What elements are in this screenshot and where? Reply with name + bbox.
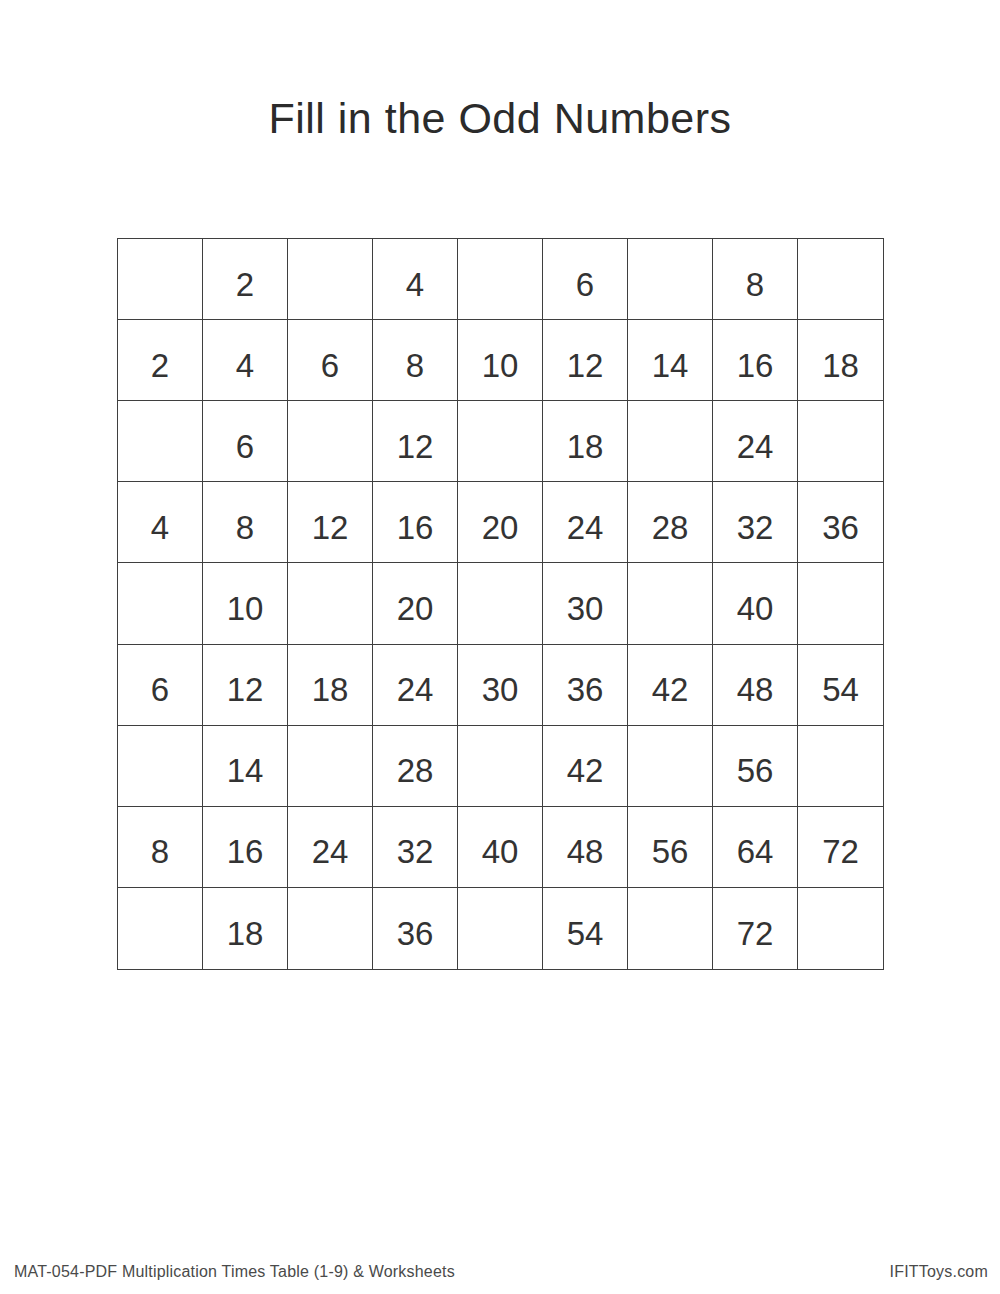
grid-cell-blank[interactable] xyxy=(798,726,883,807)
grid-cell-blank[interactable] xyxy=(798,563,883,644)
grid-cell-blank[interactable] xyxy=(628,239,713,320)
grid-cell-filled: 48 xyxy=(713,645,798,726)
grid-cell-blank[interactable] xyxy=(288,401,373,482)
grid-cell-blank[interactable] xyxy=(458,401,543,482)
grid-cell-filled: 4 xyxy=(118,482,203,563)
grid-cell-filled: 16 xyxy=(373,482,458,563)
grid-cell-filled: 16 xyxy=(713,320,798,401)
grid-cell-filled: 18 xyxy=(288,645,373,726)
grid-cell-filled: 6 xyxy=(543,239,628,320)
footer: MAT-054-PDF Multiplication Times Table (… xyxy=(14,1263,988,1281)
grid-cell-blank[interactable] xyxy=(628,726,713,807)
grid-cell-filled: 14 xyxy=(628,320,713,401)
grid-cell-filled: 42 xyxy=(543,726,628,807)
grid-cell-filled: 36 xyxy=(373,888,458,969)
worksheet-page: Fill in the Odd Numbers 2468246810121416… xyxy=(0,0,1000,1294)
grid-cell-filled: 12 xyxy=(543,320,628,401)
grid-cell-filled: 24 xyxy=(713,401,798,482)
worksheet-grid: 2468246810121416186121824481216202428323… xyxy=(117,238,884,970)
grid-cell-blank[interactable] xyxy=(458,563,543,644)
grid-cell-filled: 8 xyxy=(118,807,203,888)
grid-cell-blank[interactable] xyxy=(628,563,713,644)
grid-cell-filled: 24 xyxy=(288,807,373,888)
grid-cell-filled: 14 xyxy=(203,726,288,807)
page-title: Fill in the Odd Numbers xyxy=(0,94,1000,143)
grid-cell-filled: 40 xyxy=(458,807,543,888)
grid-cell-blank[interactable] xyxy=(288,563,373,644)
grid-cell-filled: 24 xyxy=(543,482,628,563)
grid-cell-filled: 4 xyxy=(203,320,288,401)
grid-cell-filled: 20 xyxy=(458,482,543,563)
grid-cell-filled: 12 xyxy=(203,645,288,726)
grid-cell-filled: 10 xyxy=(458,320,543,401)
grid-cell-blank[interactable] xyxy=(628,401,713,482)
grid-cell-blank[interactable] xyxy=(458,726,543,807)
grid-cell-filled: 2 xyxy=(203,239,288,320)
grid-cell-filled: 6 xyxy=(203,401,288,482)
grid-cell-filled: 28 xyxy=(628,482,713,563)
grid-cell-filled: 48 xyxy=(543,807,628,888)
grid-cell-filled: 18 xyxy=(798,320,883,401)
grid-cell-blank[interactable] xyxy=(288,239,373,320)
grid-cell-blank[interactable] xyxy=(628,888,713,969)
grid-cell-filled: 64 xyxy=(713,807,798,888)
grid-cell-filled: 32 xyxy=(373,807,458,888)
grid-cell-filled: 28 xyxy=(373,726,458,807)
grid-cell-filled: 56 xyxy=(628,807,713,888)
grid-cell-filled: 36 xyxy=(543,645,628,726)
grid-cell-filled: 72 xyxy=(798,807,883,888)
grid-cell-filled: 24 xyxy=(373,645,458,726)
grid-cell-filled: 8 xyxy=(373,320,458,401)
grid-cell-filled: 54 xyxy=(798,645,883,726)
grid-cell-filled: 6 xyxy=(118,645,203,726)
grid-cell-filled: 30 xyxy=(543,563,628,644)
grid-cell-filled: 12 xyxy=(288,482,373,563)
grid-cell-filled: 12 xyxy=(373,401,458,482)
grid-cell-filled: 20 xyxy=(373,563,458,644)
grid-cell-filled: 72 xyxy=(713,888,798,969)
grid-cell-blank[interactable] xyxy=(288,726,373,807)
grid-cell-filled: 42 xyxy=(628,645,713,726)
grid-cell-filled: 18 xyxy=(203,888,288,969)
grid-cell-filled: 36 xyxy=(798,482,883,563)
grid-cell-filled: 16 xyxy=(203,807,288,888)
grid-cell-blank[interactable] xyxy=(118,401,203,482)
grid-cell-blank[interactable] xyxy=(458,888,543,969)
grid-cell-blank[interactable] xyxy=(118,563,203,644)
footer-right-label: IFITToys.com xyxy=(890,1263,988,1281)
grid-cell-filled: 40 xyxy=(713,563,798,644)
grid-cell-filled: 56 xyxy=(713,726,798,807)
grid-cell-filled: 8 xyxy=(203,482,288,563)
grid-cell-filled: 8 xyxy=(713,239,798,320)
grid-cell-blank[interactable] xyxy=(118,239,203,320)
grid-cell-blank[interactable] xyxy=(118,888,203,969)
grid-cell-blank[interactable] xyxy=(288,888,373,969)
grid-cell-blank[interactable] xyxy=(798,401,883,482)
footer-left-label: MAT-054-PDF Multiplication Times Table (… xyxy=(14,1263,455,1281)
grid-cell-blank[interactable] xyxy=(798,239,883,320)
grid-cell-blank[interactable] xyxy=(798,888,883,969)
grid-cell-filled: 10 xyxy=(203,563,288,644)
grid-cell-filled: 32 xyxy=(713,482,798,563)
grid-cell-filled: 54 xyxy=(543,888,628,969)
grid-cell-blank[interactable] xyxy=(118,726,203,807)
grid-cell-filled: 30 xyxy=(458,645,543,726)
grid-cell-filled: 6 xyxy=(288,320,373,401)
grid-cell-filled: 2 xyxy=(118,320,203,401)
grid-cell-blank[interactable] xyxy=(458,239,543,320)
grid-cell-filled: 18 xyxy=(543,401,628,482)
grid-cell-filled: 4 xyxy=(373,239,458,320)
